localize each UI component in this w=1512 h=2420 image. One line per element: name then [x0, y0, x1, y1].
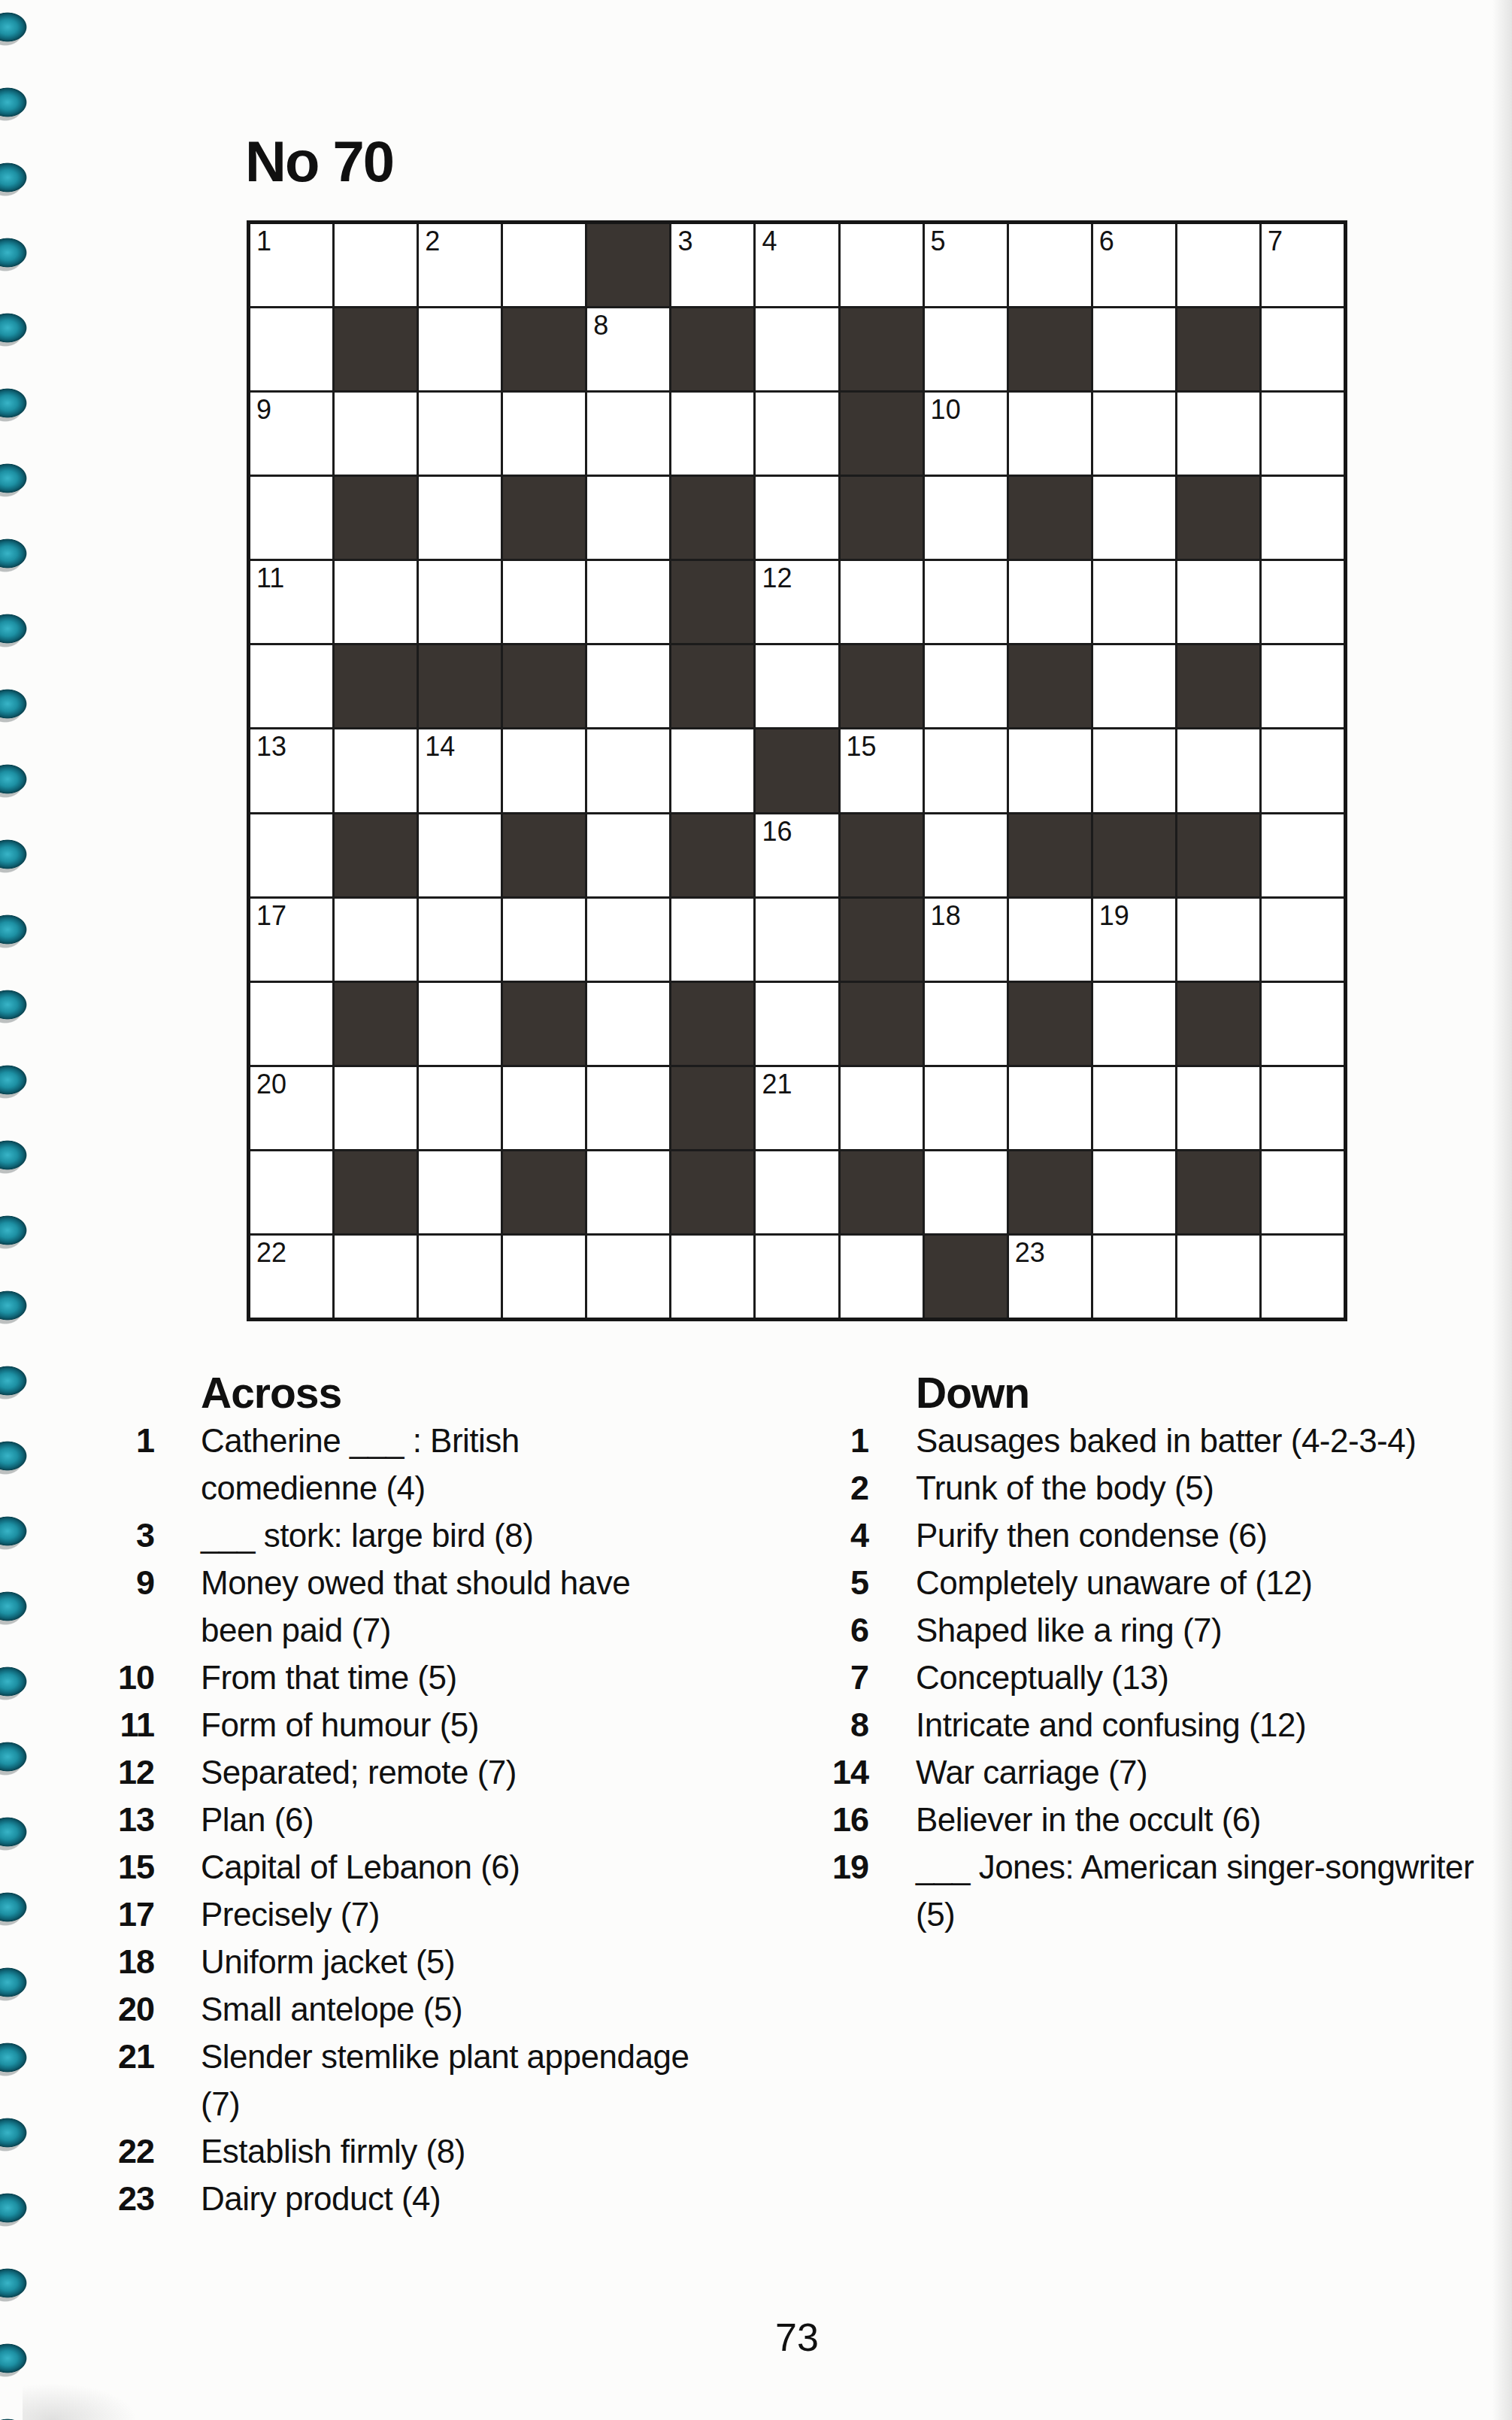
grid-cell[interactable]	[587, 729, 669, 811]
grid-cell[interactable]	[841, 1236, 923, 1318]
grid-cell[interactable]	[1009, 561, 1091, 643]
grid-cell[interactable]	[925, 983, 1007, 1065]
grid-cell[interactable]	[335, 899, 417, 981]
across-clue: 9Money owed that should have been paid (…	[0, 1559, 699, 1654]
grid-cell[interactable]	[1177, 729, 1259, 811]
grid-cell[interactable]	[587, 561, 669, 643]
grid-cell-block	[841, 477, 923, 559]
clue-text: Intricate and confusing (12)	[916, 1701, 1498, 1748]
clue-text: Catherine ___ : British comedienne (4)	[201, 1417, 689, 1512]
clue-text: ___ stork: large bird (8)	[201, 1512, 689, 1559]
grid-cell-block	[671, 814, 753, 896]
clue-text: Conceptually (13)	[916, 1654, 1498, 1701]
cell-number: 5	[931, 225, 946, 258]
grid-cell[interactable]	[1262, 729, 1344, 811]
grid-cell-block	[841, 814, 923, 896]
grid-cell-block	[841, 645, 923, 727]
clue-number: 16	[714, 1796, 868, 1843]
grid-cell-block	[587, 224, 669, 306]
grid-cell[interactable]	[1262, 983, 1344, 1065]
grid-cell-block	[1177, 477, 1259, 559]
grid-cell[interactable]	[756, 477, 838, 559]
page-number: 73	[247, 2315, 1347, 2360]
grid-cell[interactable]	[1009, 393, 1091, 475]
grid-cell[interactable]	[756, 308, 838, 390]
grid-cell-block	[503, 1151, 585, 1233]
grid-cell-block	[671, 645, 753, 727]
grid-cell[interactable]	[1262, 814, 1344, 896]
grid-cell-block	[671, 561, 753, 643]
cell-number: 4	[762, 225, 777, 258]
grid-cell[interactable]	[925, 308, 1007, 390]
grid-cell[interactable]	[925, 561, 1007, 643]
grid-cell[interactable]	[250, 983, 332, 1065]
crossword-grid: 1234567891011121314151617181920212223	[247, 220, 1347, 1321]
grid-cell-block	[503, 814, 585, 896]
grid-cell[interactable]	[1262, 561, 1344, 643]
grid-cell[interactable]: 7	[1262, 224, 1344, 306]
grid-cell-block	[335, 983, 417, 1065]
grid-cell[interactable]	[1177, 393, 1259, 475]
grid-cell[interactable]	[250, 477, 332, 559]
grid-cell[interactable]	[1177, 561, 1259, 643]
down-clue: 5Completely unaware of (12)	[714, 1559, 1512, 1606]
clue-text: Dairy product (4)	[201, 2175, 689, 2222]
grid-cell-block	[756, 729, 838, 811]
cell-number: 22	[256, 1236, 286, 1269]
grid-cell-block	[335, 477, 417, 559]
grid-cell[interactable]	[419, 477, 501, 559]
grid-cell[interactable]	[1262, 1236, 1344, 1318]
grid-cell-block	[671, 983, 753, 1065]
clue-text: Money owed that should have been paid (7…	[201, 1559, 689, 1654]
grid-cell[interactable]	[503, 899, 585, 981]
grid-cell[interactable]	[671, 899, 753, 981]
grid-cell-block	[1009, 814, 1091, 896]
grid-cell[interactable]: 16	[756, 814, 838, 896]
down-clues: Down 1Sausages baked in batter (4-2-3-4)…	[714, 1369, 1512, 1938]
cell-number: 17	[256, 899, 286, 933]
grid-cell[interactable]	[756, 645, 838, 727]
grid-cell[interactable]	[419, 308, 501, 390]
grid-cell[interactable]	[756, 1236, 838, 1318]
clue-number: 19	[714, 1843, 868, 1891]
grid-cell[interactable]	[419, 899, 501, 981]
grid-cell-block	[1093, 814, 1175, 896]
clue-text: Plan (6)	[201, 1796, 689, 1843]
cell-number: 2	[425, 225, 440, 258]
cell-number: 1	[256, 225, 271, 258]
cell-number: 15	[847, 730, 877, 763]
grid-cell[interactable]	[1093, 1151, 1175, 1233]
clue-number: 17	[0, 1891, 154, 1938]
grid-cell[interactable]	[756, 393, 838, 475]
down-clue: 7Conceptually (13)	[714, 1654, 1512, 1701]
grid-cell[interactable]	[1093, 393, 1175, 475]
page-edge-shadow	[1492, 0, 1512, 2420]
grid-cell[interactable]	[587, 983, 669, 1065]
grid-cell-block	[503, 308, 585, 390]
grid-cell-block	[671, 1067, 753, 1149]
grid-cell-block	[841, 899, 923, 981]
grid-cell[interactable]	[1009, 729, 1091, 811]
grid-cell[interactable]	[419, 983, 501, 1065]
clue-number: 1	[714, 1417, 868, 1464]
clue-number: 4	[714, 1512, 868, 1559]
across-clue: 23Dairy product (4)	[0, 2175, 699, 2222]
clue-number: 11	[0, 1701, 154, 1748]
grid-cell[interactable]	[1177, 899, 1259, 981]
grid-cell[interactable]: 11	[250, 561, 332, 643]
grid-cell[interactable]	[335, 1236, 417, 1318]
grid-cell-block	[335, 308, 417, 390]
down-clue: 2Trunk of the body (5)	[714, 1464, 1512, 1512]
grid-cell[interactable]	[250, 814, 332, 896]
page-title: No 70	[245, 129, 393, 194]
across-clue: 12Separated; remote (7)	[0, 1748, 699, 1796]
grid-cell[interactable]	[925, 1067, 1007, 1149]
grid-cell[interactable]	[419, 1236, 501, 1318]
cell-number: 10	[931, 393, 961, 426]
grid-cell[interactable]: 2	[419, 224, 501, 306]
grid-cell[interactable]	[503, 1236, 585, 1318]
grid-cell[interactable]	[335, 224, 417, 306]
grid-cell-block	[503, 477, 585, 559]
grid-cell[interactable]	[756, 983, 838, 1065]
clue-number: 22	[0, 2127, 154, 2175]
grid-cell-block	[841, 308, 923, 390]
grid-cell-block	[841, 393, 923, 475]
grid-cell[interactable]	[1093, 1236, 1175, 1318]
grid-cell[interactable]	[1093, 561, 1175, 643]
cell-number: 3	[677, 225, 692, 258]
grid-cell[interactable]	[587, 899, 669, 981]
clue-text: Establish firmly (8)	[201, 2127, 689, 2175]
grid-cell[interactable]	[419, 393, 501, 475]
clue-number: 3	[0, 1512, 154, 1559]
grid-cell[interactable]: 12	[756, 561, 838, 643]
grid-cell-block	[1009, 983, 1091, 1065]
grid-cell[interactable]: 22	[250, 1236, 332, 1318]
clue-number: 12	[0, 1748, 154, 1796]
clue-text: Precisely (7)	[201, 1891, 689, 1938]
clue-number: 21	[0, 2033, 154, 2080]
grid-cell[interactable]	[503, 561, 585, 643]
grid-cell[interactable]	[587, 814, 669, 896]
grid-cell-block	[335, 814, 417, 896]
grid-cell[interactable]	[1009, 1067, 1091, 1149]
grid-cell-block	[1177, 308, 1259, 390]
across-clue: 3___ stork: large bird (8)	[0, 1512, 699, 1559]
grid-cell[interactable]: 5	[925, 224, 1007, 306]
down-heading: Down	[916, 1369, 1512, 1417]
clue-text: Form of humour (5)	[201, 1701, 689, 1748]
down-clue: 19___ Jones: American singer-songwriter …	[714, 1843, 1512, 1938]
across-clue-list: 1Catherine ___ : British comedienne (4)3…	[0, 1417, 699, 2222]
across-clue: 11Form of humour (5)	[0, 1701, 699, 1748]
cell-number: 6	[1099, 225, 1114, 258]
across-clue: 10From that time (5)	[0, 1654, 699, 1701]
grid-cell[interactable]	[503, 393, 585, 475]
grid-cell[interactable]	[841, 1067, 923, 1149]
across-clue: 22Establish firmly (8)	[0, 2127, 699, 2175]
cell-number: 21	[762, 1068, 792, 1101]
grid-cell[interactable]	[756, 1151, 838, 1233]
grid-cell[interactable]	[250, 308, 332, 390]
clue-text: Completely unaware of (12)	[916, 1559, 1498, 1606]
grid-cell-block	[671, 308, 753, 390]
grid-cell[interactable]: 23	[1009, 1236, 1091, 1318]
grid-cell[interactable]: 21	[756, 1067, 838, 1149]
clue-text: War carriage (7)	[916, 1748, 1498, 1796]
grid-cell[interactable]	[841, 224, 923, 306]
grid-cell-block	[1009, 477, 1091, 559]
grid-cell-block	[335, 1151, 417, 1233]
grid-cell[interactable]	[1177, 1067, 1259, 1149]
grid-cell-block	[1009, 645, 1091, 727]
grid-cell[interactable]	[335, 393, 417, 475]
down-clue-list: 1Sausages baked in batter (4-2-3-4)2Trun…	[714, 1417, 1512, 1938]
grid-cell[interactable]: 9	[250, 393, 332, 475]
clue-number: 20	[0, 1985, 154, 2033]
clue-number: 13	[0, 1796, 154, 1843]
grid-cell[interactable]	[925, 477, 1007, 559]
grid-cell[interactable]	[1262, 393, 1344, 475]
cell-number: 11	[256, 562, 284, 595]
clue-number: 6	[714, 1606, 868, 1654]
grid-cell[interactable]	[1093, 1067, 1175, 1149]
across-clue: 13Plan (6)	[0, 1796, 699, 1843]
cell-number: 19	[1099, 899, 1129, 933]
cell-number: 13	[256, 730, 286, 763]
grid-cell[interactable]	[419, 561, 501, 643]
down-clue: 6Shaped like a ring (7)	[714, 1606, 1512, 1654]
cell-number: 12	[762, 562, 792, 595]
grid-cell-block	[1177, 814, 1259, 896]
grid-cell[interactable]: 18	[925, 899, 1007, 981]
grid-cell-block	[671, 1151, 753, 1233]
grid-cell-block	[503, 983, 585, 1065]
clue-number: 5	[714, 1559, 868, 1606]
grid-cell[interactable]	[587, 393, 669, 475]
grid-cell[interactable]: 6	[1093, 224, 1175, 306]
grid-cell[interactable]: 13	[250, 729, 332, 811]
grid-cell-block	[671, 477, 753, 559]
grid-cell[interactable]	[671, 729, 753, 811]
grid-cell[interactable]	[1093, 729, 1175, 811]
grid-cell[interactable]	[756, 899, 838, 981]
grid-cell[interactable]: 4	[756, 224, 838, 306]
clue-number: 10	[0, 1654, 154, 1701]
down-clue: 16Believer in the occult (6)	[714, 1796, 1512, 1843]
across-clue: 15Capital of Lebanon (6)	[0, 1843, 699, 1891]
clue-text: Slender stemlike plant appendage (7)	[201, 2033, 689, 2127]
clue-number: 15	[0, 1843, 154, 1891]
grid-cell-block	[1177, 645, 1259, 727]
across-clue: 17Precisely (7)	[0, 1891, 699, 1938]
grid-cell[interactable]	[1093, 645, 1175, 727]
grid-cell[interactable]	[419, 1067, 501, 1149]
grid-cell[interactable]: 17	[250, 899, 332, 981]
down-clue: 14War carriage (7)	[714, 1748, 1512, 1796]
clue-text: Uniform jacket (5)	[201, 1938, 689, 1985]
grid-cell[interactable]	[419, 814, 501, 896]
grid-cell[interactable]	[335, 561, 417, 643]
grid-cell[interactable]: 1	[250, 224, 332, 306]
down-clue: 8Intricate and confusing (12)	[714, 1701, 1512, 1748]
clue-text: Purify then condense (6)	[916, 1512, 1498, 1559]
clue-number: 14	[714, 1748, 868, 1796]
across-clue: 20Small antelope (5)	[0, 1985, 699, 2033]
grid-cell[interactable]	[1262, 477, 1344, 559]
cell-number: 7	[1268, 225, 1283, 258]
clue-text: Trunk of the body (5)	[916, 1464, 1498, 1512]
across-clues: Across 1Catherine ___ : British comedien…	[0, 1369, 699, 2222]
grid-cell[interactable]	[1093, 477, 1175, 559]
grid-cell[interactable]	[250, 645, 332, 727]
grid-cell[interactable]	[587, 1067, 669, 1149]
clue-number: 18	[0, 1938, 154, 1985]
grid-cell[interactable]	[1093, 983, 1175, 1065]
grid-cell[interactable]: 20	[250, 1067, 332, 1149]
clue-text: Sausages baked in batter (4-2-3-4)	[916, 1417, 1498, 1464]
clue-text: From that time (5)	[201, 1654, 689, 1701]
grid-cell[interactable]	[250, 1151, 332, 1233]
grid-cell[interactable]	[925, 645, 1007, 727]
page-corner-shadow	[23, 2346, 188, 2420]
grid-cell[interactable]: 19	[1093, 899, 1175, 981]
grid-cell[interactable]	[1177, 224, 1259, 306]
across-clue: 18Uniform jacket (5)	[0, 1938, 699, 1985]
grid-cell-block	[1177, 983, 1259, 1065]
cell-number: 20	[256, 1068, 286, 1101]
grid-cell[interactable]	[671, 1236, 753, 1318]
clue-number: 9	[0, 1559, 154, 1606]
grid-cell[interactable]	[841, 561, 923, 643]
cell-number: 23	[1015, 1236, 1045, 1269]
grid-cell[interactable]	[587, 477, 669, 559]
clue-text: Shaped like a ring (7)	[916, 1606, 1498, 1654]
grid-cell-block	[335, 645, 417, 727]
clue-number: 7	[714, 1654, 868, 1701]
grid-cell[interactable]	[1262, 1151, 1344, 1233]
clue-text: Capital of Lebanon (6)	[201, 1843, 689, 1891]
grid-cell[interactable]: 10	[925, 393, 1007, 475]
clue-text: Separated; remote (7)	[201, 1748, 689, 1796]
grid-cell[interactable]	[419, 1151, 501, 1233]
grid-cell[interactable]	[1262, 308, 1344, 390]
clue-text: Believer in the occult (6)	[916, 1796, 1498, 1843]
cell-number: 14	[425, 730, 455, 763]
grid-cell[interactable]: 14	[419, 729, 501, 811]
cell-number: 9	[256, 393, 271, 426]
grid-cell-block	[841, 983, 923, 1065]
grid-cell[interactable]	[925, 729, 1007, 811]
grid-cell-block	[841, 1151, 923, 1233]
grid-cell[interactable]: 8	[587, 308, 669, 390]
grid-cell[interactable]	[335, 729, 417, 811]
grid-cell[interactable]	[587, 645, 669, 727]
clue-number: 2	[714, 1464, 868, 1512]
grid-cell[interactable]	[1093, 308, 1175, 390]
grid-cell[interactable]	[503, 224, 585, 306]
across-clue: 21Slender stemlike plant appendage (7)	[0, 2033, 699, 2127]
grid-cell-block	[925, 1236, 1007, 1318]
clue-number: 23	[0, 2175, 154, 2222]
grid-cell[interactable]	[1262, 899, 1344, 981]
cell-number: 18	[931, 899, 961, 933]
grid-cell[interactable]: 3	[671, 224, 753, 306]
grid-cell[interactable]	[925, 814, 1007, 896]
down-clue: 1Sausages baked in batter (4-2-3-4)	[714, 1417, 1512, 1464]
grid-cell[interactable]	[1009, 899, 1091, 981]
grid-cell[interactable]	[587, 1151, 669, 1233]
grid-cell-block	[1009, 1151, 1091, 1233]
grid-cell-block	[503, 645, 585, 727]
cell-number: 8	[593, 309, 608, 342]
grid-cell[interactable]	[1177, 1236, 1259, 1318]
down-clue: 4Purify then condense (6)	[714, 1512, 1512, 1559]
grid-cell[interactable]	[1009, 224, 1091, 306]
cell-number: 16	[762, 815, 792, 848]
grid-cell[interactable]	[503, 729, 585, 811]
clue-number: 1	[0, 1417, 154, 1464]
grid-cell[interactable]	[1262, 645, 1344, 727]
grid-cell[interactable]	[671, 393, 753, 475]
across-clue: 1Catherine ___ : British comedienne (4)	[0, 1417, 699, 1512]
grid-cell[interactable]	[335, 1067, 417, 1149]
grid-cell[interactable]	[503, 1067, 585, 1149]
grid-cell[interactable]	[587, 1236, 669, 1318]
grid-cell[interactable]	[925, 1151, 1007, 1233]
grid-cell[interactable]	[1262, 1067, 1344, 1149]
clue-number: 8	[714, 1701, 868, 1748]
across-heading: Across	[201, 1369, 699, 1417]
grid-cell-block	[419, 645, 501, 727]
grid-cell-block	[1177, 1151, 1259, 1233]
grid-cell[interactable]: 15	[841, 729, 923, 811]
clue-text: ___ Jones: American singer-songwriter (5…	[916, 1843, 1498, 1938]
grid-cell-block	[1009, 308, 1091, 390]
clue-text: Small antelope (5)	[201, 1985, 689, 2033]
